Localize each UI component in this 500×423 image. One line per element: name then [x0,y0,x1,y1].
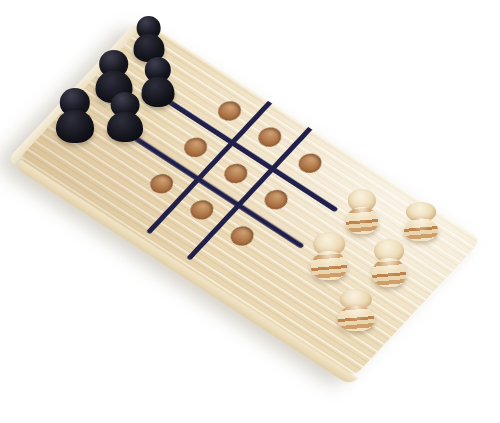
cell-r2c1-hole[interactable] [179,134,211,161]
peg-body [107,112,143,142]
peg-body [56,110,94,143]
cell-r1c3-hole[interactable] [294,150,326,177]
board-surface [18,22,482,377]
cell-r1c2-hole[interactable] [254,124,286,151]
peg-body [372,258,406,287]
natural-peg-4[interactable] [372,239,406,287]
cell-r3c3-hole[interactable] [226,223,258,250]
peg-body [311,251,347,280]
cell-r2c2-hole[interactable] [220,160,252,187]
natural-peg-3[interactable] [311,232,347,280]
peg-body [404,218,438,241]
black-peg-5[interactable] [56,88,94,143]
peg-body [141,77,174,107]
peg-body [346,207,378,234]
natural-peg-1[interactable] [346,189,378,234]
black-peg-1[interactable] [133,16,164,62]
cell-r1c1-hole[interactable] [213,98,245,125]
natural-peg-5[interactable] [337,289,374,331]
black-peg-2[interactable] [141,57,174,107]
cell-r3c1-hole[interactable] [146,170,178,197]
cell-r3c2-hole[interactable] [186,196,218,223]
black-peg-4[interactable] [107,92,143,142]
peg-body [337,306,374,331]
game-board [18,22,482,377]
product-photo-canvas [0,0,500,423]
natural-peg-2[interactable] [404,202,438,241]
cell-r2c3-hole[interactable] [260,186,292,213]
